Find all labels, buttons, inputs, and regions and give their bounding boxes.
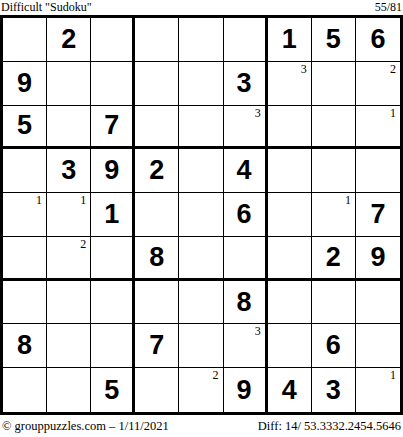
cell-r1c1[interactable] <box>3 18 47 62</box>
cell-r5c1[interactable]: 1 <box>3 193 47 237</box>
cell-r2c3[interactable] <box>91 62 135 106</box>
cell-r4c6[interactable]: 4 <box>224 149 268 193</box>
given-digit: 3 <box>237 70 252 97</box>
pencil-mark: 1 <box>345 194 351 207</box>
cell-r5c5[interactable] <box>179 193 223 237</box>
cell-r7c8[interactable] <box>312 281 356 325</box>
cell-r9c4[interactable] <box>135 368 179 412</box>
cell-r3c1[interactable]: 5 <box>3 106 47 150</box>
cell-r6c3[interactable] <box>91 237 135 281</box>
given-digit: 5 <box>104 377 119 404</box>
pencil-mark: 2 <box>80 238 86 251</box>
cell-r3c9[interactable]: 1 <box>356 106 400 150</box>
puzzle-title: Difficult "Sudoku" <box>1 1 92 14</box>
given-digit: 3 <box>326 377 341 404</box>
given-digit: 8 <box>149 244 164 271</box>
cell-r7c5[interactable] <box>179 281 223 325</box>
cell-r8c2[interactable] <box>47 324 91 368</box>
cell-r8c6[interactable]: 3 <box>224 324 268 368</box>
cell-r7c2[interactable] <box>47 281 91 325</box>
cell-r5c6[interactable]: 6 <box>224 193 268 237</box>
cell-r8c5[interactable] <box>179 324 223 368</box>
given-digit: 8 <box>17 332 32 359</box>
cell-r6c7[interactable] <box>268 237 312 281</box>
cell-r2c9[interactable]: 2 <box>356 62 400 106</box>
cell-r8c1[interactable]: 8 <box>3 324 47 368</box>
given-digit: 3 <box>61 157 76 184</box>
pencil-mark: 1 <box>390 107 396 120</box>
cell-r4c7[interactable] <box>268 149 312 193</box>
cell-r3c8[interactable] <box>312 106 356 150</box>
cell-r7c4[interactable] <box>135 281 179 325</box>
given-digit: 5 <box>326 26 341 53</box>
cell-r9c6[interactable]: 9 <box>224 368 268 412</box>
cell-r3c6[interactable]: 3 <box>224 106 268 150</box>
cell-r8c7[interactable] <box>268 324 312 368</box>
cell-r3c4[interactable] <box>135 106 179 150</box>
given-digit: 6 <box>326 332 341 359</box>
pencil-mark: 3 <box>301 63 307 76</box>
remaining-counter: 55/81 <box>375 1 402 14</box>
cell-r1c3[interactable] <box>91 18 135 62</box>
cell-r4c5[interactable] <box>179 149 223 193</box>
cell-r5c3[interactable]: 1 <box>91 193 135 237</box>
cell-r7c1[interactable] <box>3 281 47 325</box>
cell-r7c3[interactable] <box>91 281 135 325</box>
cell-r9c7[interactable]: 4 <box>268 368 312 412</box>
cell-r1c8[interactable]: 5 <box>312 18 356 62</box>
header: Difficult "Sudoku" 55/81 <box>0 0 403 15</box>
given-digit: 9 <box>17 70 32 97</box>
pencil-mark: 2 <box>390 63 396 76</box>
cell-r9c8[interactable]: 3 <box>312 368 356 412</box>
footer: © grouppuzzles.com – 1/11/2021 Diff: 14/… <box>0 415 403 437</box>
cell-r8c4[interactable]: 7 <box>135 324 179 368</box>
cell-r3c7[interactable] <box>268 106 312 150</box>
cell-r6c8[interactable]: 2 <box>312 237 356 281</box>
cell-r8c3[interactable] <box>91 324 135 368</box>
cell-r6c9[interactable]: 9 <box>356 237 400 281</box>
cell-r3c5[interactable] <box>179 106 223 150</box>
given-digit: 5 <box>17 112 32 139</box>
pencil-mark: 1 <box>80 194 86 207</box>
cell-r1c4[interactable] <box>135 18 179 62</box>
cell-r2c7[interactable]: 3 <box>268 62 312 106</box>
cell-r2c1[interactable]: 9 <box>3 62 47 106</box>
cell-r9c2[interactable] <box>47 368 91 412</box>
cell-r1c5[interactable] <box>179 18 223 62</box>
cell-r5c4[interactable] <box>135 193 179 237</box>
pencil-mark: 2 <box>213 369 219 382</box>
pencil-mark: 3 <box>255 325 261 338</box>
cell-r2c8[interactable] <box>312 62 356 106</box>
cell-r5c2[interactable]: 1 <box>47 193 91 237</box>
cell-r2c6[interactable]: 3 <box>224 62 268 106</box>
cell-r6c1[interactable] <box>3 237 47 281</box>
cell-r1c9[interactable]: 6 <box>356 18 400 62</box>
given-digit: 4 <box>237 157 252 184</box>
cell-r9c9[interactable]: 1 <box>356 368 400 412</box>
cell-r1c7[interactable]: 1 <box>268 18 312 62</box>
given-digit: 6 <box>370 26 385 53</box>
cell-r6c5[interactable] <box>179 237 223 281</box>
given-digit: 9 <box>104 157 119 184</box>
given-digit: 2 <box>149 157 164 184</box>
given-digit: 2 <box>61 26 76 53</box>
given-digit: 7 <box>104 112 119 139</box>
pencil-mark: 3 <box>255 107 261 120</box>
given-digit: 9 <box>370 244 385 271</box>
cell-r2c2[interactable] <box>47 62 91 106</box>
cell-r2c5[interactable] <box>179 62 223 106</box>
cell-r3c3[interactable]: 7 <box>91 106 135 150</box>
difficulty-text: Diff: 14/ 53.3332.2454.5646 <box>258 419 401 433</box>
given-digit: 1 <box>282 26 297 53</box>
cell-r4c1[interactable] <box>3 149 47 193</box>
cell-r7c7[interactable] <box>268 281 312 325</box>
cell-r4c4[interactable]: 2 <box>135 149 179 193</box>
cell-r8c8[interactable]: 6 <box>312 324 356 368</box>
pencil-mark: 1 <box>390 369 396 382</box>
cell-r9c3[interactable]: 5 <box>91 368 135 412</box>
cell-r7c9[interactable] <box>356 281 400 325</box>
given-digit: 9 <box>237 377 252 404</box>
cell-r1c6[interactable] <box>224 18 268 62</box>
cell-r5c9[interactable]: 7 <box>356 193 400 237</box>
given-digit: 4 <box>282 377 297 404</box>
cell-r7c6[interactable]: 8 <box>224 281 268 325</box>
given-digit: 8 <box>237 289 252 316</box>
cell-r8c9[interactable] <box>356 324 400 368</box>
cell-r1c2[interactable]: 2 <box>47 18 91 62</box>
cell-r4c8[interactable] <box>312 149 356 193</box>
sudoku-page: Difficult "Sudoku" 55/81 215693325731392… <box>0 0 403 437</box>
given-digit: 1 <box>104 201 119 228</box>
cell-r4c3[interactable]: 9 <box>91 149 135 193</box>
cell-r5c8[interactable]: 1 <box>312 193 356 237</box>
cell-r4c2[interactable]: 3 <box>47 149 91 193</box>
pencil-mark: 1 <box>36 194 42 207</box>
given-digit: 7 <box>370 201 385 228</box>
given-digit: 6 <box>237 201 252 228</box>
cell-r9c5[interactable]: 2 <box>179 368 223 412</box>
cell-r2c4[interactable] <box>135 62 179 106</box>
copyright-date-text: © grouppuzzles.com – 1/11/2021 <box>2 419 169 433</box>
cell-r6c2[interactable]: 2 <box>47 237 91 281</box>
cell-r4c9[interactable] <box>356 149 400 193</box>
cell-r3c2[interactable] <box>47 106 91 150</box>
given-digit: 7 <box>149 332 164 359</box>
cell-r6c6[interactable] <box>224 237 268 281</box>
cell-r9c1[interactable] <box>3 368 47 412</box>
cell-r6c4[interactable]: 8 <box>135 237 179 281</box>
given-digit: 2 <box>326 244 341 271</box>
sudoku-board: 2156933257313924111617282988736529431 <box>0 15 403 415</box>
cell-r5c7[interactable] <box>268 193 312 237</box>
